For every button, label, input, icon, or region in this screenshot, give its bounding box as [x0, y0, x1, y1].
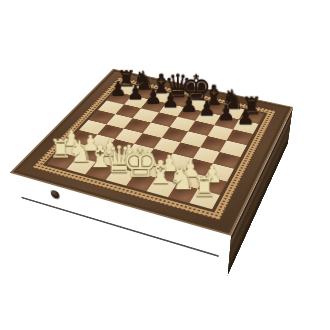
square-e6: [169, 117, 195, 132]
chess-box: ♜♞♝♛♚♝♞♜♟♟♟♟♟♟♟♟♟♟♟♟♟♟♟♟♜♞♝♛♚♝♞♜: [10, 69, 293, 236]
drawer-knob[interactable]: [50, 189, 59, 199]
board-grid: ♜♞♝♛♚♝♞♜♟♟♟♟♟♟♟♟♟♟♟♟♟♟♟♟♜♞♝♛♚♝♞♜: [47, 83, 264, 209]
square-h1: ♜: [190, 189, 220, 209]
square-h6: [227, 130, 253, 146]
square-h8: ♜: [239, 110, 264, 124]
piece-white-pawn: ♟: [53, 128, 90, 150]
product-photo: ♜♞♝♛♚♝♞♜♟♟♟♟♟♟♟♟♟♟♟♟♟♟♟♟♜♞♝♛♚♝♞♜: [54, 30, 269, 245]
piece-white-rook: ♜: [42, 136, 80, 161]
